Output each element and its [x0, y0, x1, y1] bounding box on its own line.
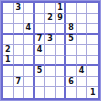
cell-r3c2[interactable]	[14, 24, 25, 35]
cell-r4c8[interactable]	[77, 35, 88, 46]
cell-r8c2[interactable]: 7	[14, 77, 25, 88]
cell-r3c5[interactable]	[45, 24, 56, 35]
cell-r1c6[interactable]: 1	[56, 3, 67, 14]
cell-r5c9[interactable]	[87, 45, 98, 56]
cell-r5c3[interactable]	[24, 45, 35, 56]
cell-r1c2[interactable]: 3	[14, 3, 25, 14]
cell-r7c3[interactable]	[24, 66, 35, 77]
cell-r1c7[interactable]	[66, 3, 77, 14]
cell-r2c4[interactable]	[35, 14, 46, 25]
cell-r3c8[interactable]	[77, 24, 88, 35]
cell-r9c9[interactable]: 1	[87, 87, 98, 98]
cell-r9c4[interactable]	[35, 87, 46, 98]
cell-r9c7[interactable]	[66, 87, 77, 98]
cell-r6c7[interactable]	[66, 56, 77, 67]
cell-r4c9[interactable]	[87, 35, 98, 46]
cell-r6c8[interactable]	[77, 56, 88, 67]
cell-r4c3[interactable]	[24, 35, 35, 46]
cell-r7c1[interactable]	[3, 66, 14, 77]
cell-r8c5[interactable]	[45, 77, 56, 88]
cell-r9c8[interactable]	[77, 87, 88, 98]
cell-r2c9[interactable]	[87, 14, 98, 25]
cell-r2c5[interactable]: 2	[45, 14, 56, 25]
cell-r9c1[interactable]	[3, 87, 14, 98]
cell-r3c7[interactable]: 8	[66, 24, 77, 35]
cell-r4c2[interactable]	[14, 35, 25, 46]
cell-r1c5[interactable]	[45, 3, 56, 14]
cell-r2c8[interactable]	[77, 14, 88, 25]
cell-r8c8[interactable]	[77, 77, 88, 88]
cell-r1c4[interactable]	[35, 3, 46, 14]
cell-r6c2[interactable]	[14, 56, 25, 67]
cell-r4c4[interactable]: 7	[35, 35, 46, 46]
cell-r6c5[interactable]	[45, 56, 56, 67]
cell-r9c2[interactable]	[14, 87, 25, 98]
cell-r2c2[interactable]	[14, 14, 25, 25]
cell-r8c9[interactable]	[87, 77, 98, 88]
cell-r7c8[interactable]: 4	[77, 66, 88, 77]
cell-r9c5[interactable]	[45, 87, 56, 98]
cell-r7c9[interactable]	[87, 66, 98, 77]
cell-r7c2[interactable]	[14, 66, 25, 77]
cell-r5c6[interactable]	[56, 45, 67, 56]
cell-r8c1[interactable]	[3, 77, 14, 88]
cell-r1c8[interactable]	[77, 3, 88, 14]
cell-r8c6[interactable]	[56, 77, 67, 88]
sudoku-frame: 31294873524154761	[0, 0, 101, 101]
cell-r5c7[interactable]	[66, 45, 77, 56]
cell-r4c5[interactable]: 3	[45, 35, 56, 46]
cell-r7c7[interactable]	[66, 66, 77, 77]
cell-r7c5[interactable]	[45, 66, 56, 77]
cell-r6c1[interactable]: 1	[3, 56, 14, 67]
cell-r7c4[interactable]: 5	[35, 66, 46, 77]
cell-r5c2[interactable]	[14, 45, 25, 56]
cell-r1c3[interactable]	[24, 3, 35, 14]
cell-r4c7[interactable]: 5	[66, 35, 77, 46]
cell-r1c9[interactable]	[87, 3, 98, 14]
cell-r5c4[interactable]: 4	[35, 45, 46, 56]
cell-r6c3[interactable]	[24, 56, 35, 67]
cell-r4c1[interactable]	[3, 35, 14, 46]
cell-r8c7[interactable]: 6	[66, 77, 77, 88]
cell-r2c6[interactable]: 9	[56, 14, 67, 25]
cell-r2c1[interactable]	[3, 14, 14, 25]
cell-r1c1[interactable]	[3, 3, 14, 14]
cell-r8c3[interactable]	[24, 77, 35, 88]
cell-r5c5[interactable]	[45, 45, 56, 56]
cell-r4c6[interactable]	[56, 35, 67, 46]
cell-r9c6[interactable]	[56, 87, 67, 98]
cell-r3c6[interactable]	[56, 24, 67, 35]
cell-r3c9[interactable]	[87, 24, 98, 35]
cell-r7c6[interactable]	[56, 66, 67, 77]
cell-r8c4[interactable]	[35, 77, 46, 88]
cell-r3c1[interactable]	[3, 24, 14, 35]
cell-r3c4[interactable]	[35, 24, 46, 35]
cell-r9c3[interactable]	[24, 87, 35, 98]
cell-r3c3[interactable]: 4	[24, 24, 35, 35]
cell-r5c8[interactable]	[77, 45, 88, 56]
cell-r6c6[interactable]	[56, 56, 67, 67]
cell-r6c9[interactable]	[87, 56, 98, 67]
sudoku-board: 31294873524154761	[1, 1, 100, 100]
cell-r6c4[interactable]	[35, 56, 46, 67]
